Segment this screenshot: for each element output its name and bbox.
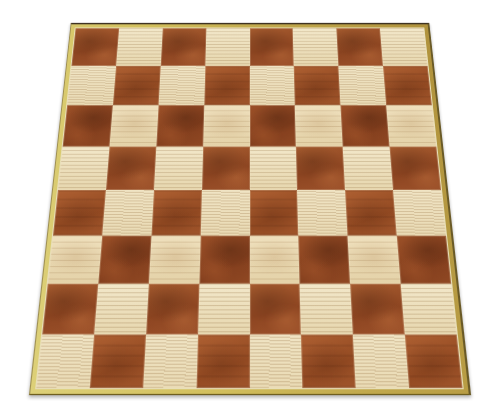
square-b3[interactable] (98, 236, 151, 284)
square-c6[interactable] (156, 105, 204, 146)
square-a1[interactable] (36, 334, 94, 388)
square-g8[interactable] (337, 28, 384, 66)
square-h4[interactable] (393, 190, 446, 236)
square-e2[interactable] (249, 284, 301, 335)
square-e6[interactable] (250, 105, 297, 146)
square-d5[interactable] (202, 147, 250, 190)
square-b2[interactable] (94, 284, 149, 335)
square-f3[interactable] (299, 236, 351, 284)
square-f5[interactable] (296, 147, 345, 190)
square-f7[interactable] (294, 66, 341, 105)
square-f4[interactable] (297, 190, 347, 236)
square-e3[interactable] (249, 236, 299, 284)
square-g7[interactable] (339, 66, 387, 105)
square-d1[interactable] (196, 334, 249, 388)
square-c5[interactable] (154, 147, 203, 190)
square-b8[interactable] (116, 28, 163, 66)
square-f8[interactable] (293, 28, 339, 66)
board-grid (36, 28, 462, 388)
square-a4[interactable] (53, 190, 106, 236)
square-g1[interactable] (353, 334, 409, 388)
board-frame (29, 23, 471, 395)
square-h6[interactable] (386, 105, 436, 146)
square-c3[interactable] (149, 236, 201, 284)
square-d4[interactable] (200, 190, 249, 236)
square-a8[interactable] (71, 28, 119, 66)
square-a3[interactable] (48, 236, 102, 284)
square-d7[interactable] (204, 66, 250, 105)
square-a5[interactable] (58, 147, 109, 190)
square-g4[interactable] (345, 190, 397, 236)
square-h7[interactable] (383, 66, 432, 105)
square-h2[interactable] (401, 284, 457, 335)
square-a7[interactable] (67, 66, 116, 105)
square-e7[interactable] (250, 66, 296, 105)
square-c8[interactable] (161, 28, 207, 66)
square-c4[interactable] (151, 190, 201, 236)
square-h1[interactable] (405, 334, 463, 388)
square-h8[interactable] (380, 28, 428, 66)
square-c1[interactable] (143, 334, 198, 388)
square-b1[interactable] (90, 334, 146, 388)
square-e1[interactable] (249, 334, 302, 388)
square-d8[interactable] (205, 28, 250, 66)
photo-background (0, 0, 500, 417)
square-g5[interactable] (343, 147, 393, 190)
square-b4[interactable] (102, 190, 154, 236)
square-e5[interactable] (249, 147, 297, 190)
square-d6[interactable] (203, 105, 250, 146)
square-g6[interactable] (341, 105, 390, 146)
square-b5[interactable] (106, 147, 156, 190)
chessboard (29, 23, 471, 395)
square-e8[interactable] (250, 28, 295, 66)
square-h5[interactable] (390, 147, 441, 190)
square-e4[interactable] (249, 190, 298, 236)
square-b7[interactable] (113, 66, 161, 105)
square-d2[interactable] (198, 284, 250, 335)
square-c7[interactable] (158, 66, 205, 105)
square-g2[interactable] (350, 284, 405, 335)
square-g3[interactable] (348, 236, 401, 284)
square-d3[interactable] (199, 236, 249, 284)
square-f6[interactable] (295, 105, 343, 146)
square-b6[interactable] (109, 105, 158, 146)
square-h3[interactable] (397, 236, 451, 284)
square-a6[interactable] (63, 105, 113, 146)
square-c2[interactable] (146, 284, 199, 335)
square-a2[interactable] (42, 284, 98, 335)
square-f2[interactable] (300, 284, 353, 335)
square-f1[interactable] (301, 334, 356, 388)
